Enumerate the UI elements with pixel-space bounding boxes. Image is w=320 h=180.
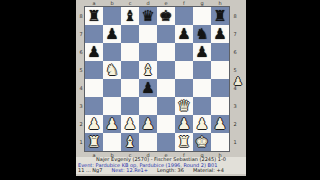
piece-white-bishop[interactable]: ♝ <box>139 61 157 79</box>
square-g5[interactable] <box>193 61 211 79</box>
piece-black-rook[interactable]: ♜ <box>85 7 103 25</box>
square-a6[interactable]: ♟ <box>85 43 103 61</box>
square-d1[interactable] <box>139 133 157 151</box>
square-a7[interactable] <box>85 25 103 43</box>
rank-label-7: 7 <box>232 25 238 43</box>
square-d3[interactable] <box>139 97 157 115</box>
square-f1[interactable]: ♜ <box>175 133 193 151</box>
square-d5[interactable]: ♝ <box>139 61 157 79</box>
piece-white-pawn[interactable]: ♟ <box>139 115 157 133</box>
square-f3[interactable]: ♛ <box>175 97 193 115</box>
square-g2[interactable]: ♟ <box>193 115 211 133</box>
rank-label-3: 3 <box>232 97 238 115</box>
piece-white-rook[interactable]: ♜ <box>175 133 193 151</box>
chess-board[interactable]: ♜♝♛♚♜♟♟♞♟♟♟♞♝♟♛♟♟♟♟♟♟♟♜♝♜♚ <box>84 6 230 152</box>
material-text: Material: +4 <box>193 168 224 174</box>
piece-white-pawn[interactable]: ♟ <box>175 115 193 133</box>
piece-white-pawn[interactable]: ♟ <box>103 115 121 133</box>
piece-black-pawn[interactable]: ♟ <box>139 79 157 97</box>
square-e7[interactable] <box>157 25 175 43</box>
square-e4[interactable] <box>157 79 175 97</box>
square-e3[interactable] <box>157 97 175 115</box>
piece-white-rook[interactable]: ♜ <box>85 133 103 151</box>
piece-black-rook[interactable]: ♜ <box>211 7 229 25</box>
square-b3[interactable] <box>103 97 121 115</box>
square-e1[interactable] <box>157 133 175 151</box>
piece-white-queen[interactable]: ♛ <box>175 97 193 115</box>
square-e5[interactable] <box>157 61 175 79</box>
caption-area: Najer Evgeniy (2570) - Fischer Sebastian… <box>76 157 246 174</box>
rank-label-1: 1 <box>232 133 238 151</box>
square-f7[interactable]: ♟ <box>175 25 193 43</box>
piece-black-pawn[interactable]: ♟ <box>175 25 193 43</box>
square-c5[interactable] <box>121 61 139 79</box>
rank-label-8: 8 <box>232 7 238 25</box>
square-c1[interactable]: ♝ <box>121 133 139 151</box>
square-c3[interactable] <box>121 97 139 115</box>
square-b6[interactable] <box>103 43 121 61</box>
square-b7[interactable]: ♟ <box>103 25 121 43</box>
status-line: 11 ... Ng7 Next: 12.Re1+ Length: 36 Mate… <box>76 168 248 174</box>
piece-black-pawn[interactable]: ♟ <box>103 25 121 43</box>
square-c4[interactable] <box>121 79 139 97</box>
piece-black-pawn[interactable]: ♟ <box>85 43 103 61</box>
square-f4[interactable] <box>175 79 193 97</box>
piece-white-pawn[interactable]: ♟ <box>121 115 139 133</box>
piece-white-pawn[interactable]: ♟ <box>193 115 211 133</box>
next-move-text: Next: 12.Re1+ <box>111 168 148 174</box>
square-e6[interactable] <box>157 43 175 61</box>
square-f8[interactable] <box>175 7 193 25</box>
square-g1[interactable]: ♚ <box>193 133 211 151</box>
square-a2[interactable]: ♟ <box>85 115 103 133</box>
square-h2[interactable]: ♟ <box>211 115 229 133</box>
piece-black-queen[interactable]: ♛ <box>139 7 157 25</box>
square-b1[interactable] <box>103 133 121 151</box>
square-g6[interactable]: ♟ <box>193 43 211 61</box>
square-f2[interactable]: ♟ <box>175 115 193 133</box>
piece-white-pawn[interactable]: ♟ <box>85 115 103 133</box>
square-h1[interactable] <box>211 133 229 151</box>
square-a1[interactable]: ♜ <box>85 133 103 151</box>
game-length-text: Length: 36 <box>157 168 184 174</box>
piece-black-knight[interactable]: ♞ <box>193 25 211 43</box>
piece-black-pawn[interactable]: ♟ <box>193 43 211 61</box>
square-e2[interactable] <box>157 115 175 133</box>
square-f5[interactable] <box>175 61 193 79</box>
square-b5[interactable]: ♞ <box>103 61 121 79</box>
square-g8[interactable] <box>193 7 211 25</box>
material-pawn-icon: ♟ <box>233 75 245 89</box>
square-e8[interactable]: ♚ <box>157 7 175 25</box>
square-a5[interactable] <box>85 61 103 79</box>
rank-label-6: 6 <box>232 43 238 61</box>
square-f6[interactable] <box>175 43 193 61</box>
square-a4[interactable] <box>85 79 103 97</box>
square-c8[interactable]: ♝ <box>121 7 139 25</box>
piece-white-bishop[interactable]: ♝ <box>121 133 139 151</box>
square-b8[interactable] <box>103 7 121 25</box>
last-move-text: 11 ... Ng7 <box>78 168 102 174</box>
piece-black-bishop[interactable]: ♝ <box>121 7 139 25</box>
square-h3[interactable] <box>211 97 229 115</box>
square-a8[interactable]: ♜ <box>85 7 103 25</box>
square-h7[interactable]: ♟ <box>211 25 229 43</box>
square-h6[interactable] <box>211 43 229 61</box>
piece-white-knight[interactable]: ♞ <box>103 61 121 79</box>
square-g3[interactable] <box>193 97 211 115</box>
square-b4[interactable] <box>103 79 121 97</box>
square-d8[interactable]: ♛ <box>139 7 157 25</box>
square-c6[interactable] <box>121 43 139 61</box>
square-a3[interactable] <box>85 97 103 115</box>
rank-label-2: 2 <box>232 115 238 133</box>
square-c7[interactable] <box>121 25 139 43</box>
piece-white-king[interactable]: ♚ <box>193 133 211 151</box>
square-d6[interactable] <box>139 43 157 61</box>
square-h4[interactable] <box>211 79 229 97</box>
square-b2[interactable]: ♟ <box>103 115 121 133</box>
square-g4[interactable] <box>193 79 211 97</box>
piece-black-king[interactable]: ♚ <box>157 7 175 25</box>
square-h5[interactable] <box>211 61 229 79</box>
piece-black-pawn[interactable]: ♟ <box>211 25 229 43</box>
square-c2[interactable]: ♟ <box>121 115 139 133</box>
square-g7[interactable]: ♞ <box>193 25 211 43</box>
square-d2[interactable]: ♟ <box>139 115 157 133</box>
video-frame: { "game": "chess", "position": { "fen": … <box>0 0 320 180</box>
piece-white-pawn[interactable]: ♟ <box>211 115 229 133</box>
square-d4[interactable]: ♟ <box>139 79 157 97</box>
square-h8[interactable]: ♜ <box>211 7 229 25</box>
square-d7[interactable] <box>139 25 157 43</box>
chess-panel: abcdefgh 87654321 87654321 ♜♝♛♚♜♟♟♞♟♟♟♞♝… <box>76 0 246 176</box>
